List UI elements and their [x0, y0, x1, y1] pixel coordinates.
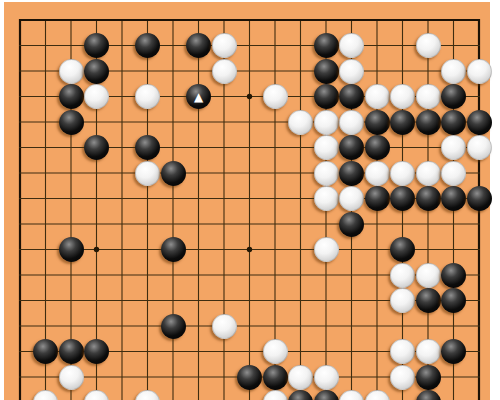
- board-intersection: [262, 390, 288, 400]
- white-stone: [390, 365, 415, 390]
- black-stone: [33, 339, 58, 364]
- white-stone: [314, 186, 339, 211]
- board-intersection: [288, 390, 314, 400]
- board-intersection: [160, 160, 186, 186]
- board-intersection: [313, 364, 339, 390]
- board-intersection: [441, 186, 467, 212]
- board-intersection: [390, 186, 416, 212]
- board-intersection: [441, 135, 467, 161]
- black-stone: [237, 365, 262, 390]
- white-stone: [212, 33, 237, 58]
- white-stone: [365, 161, 390, 186]
- black-stone: [314, 33, 339, 58]
- board-intersection: [466, 58, 492, 84]
- board-intersection: [160, 313, 186, 339]
- white-stone: [416, 339, 441, 364]
- black-stone: [390, 237, 415, 262]
- black-stone: [339, 212, 364, 237]
- board-intersection: [160, 237, 186, 263]
- board-intersection: [441, 262, 467, 288]
- board-intersection: [466, 135, 492, 161]
- white-stone: [33, 390, 58, 400]
- black-stone: [390, 186, 415, 211]
- white-stone: [263, 339, 288, 364]
- board-intersection: [415, 84, 441, 110]
- black-stone: [365, 135, 390, 160]
- board-intersection: [58, 364, 84, 390]
- board-intersection: [441, 339, 467, 365]
- white-stone: [416, 33, 441, 58]
- black-stone: [135, 33, 160, 58]
- black-stone: [161, 237, 186, 262]
- board-intersection: [313, 33, 339, 59]
- white-stone: [135, 390, 160, 400]
- white-stone: [59, 59, 84, 84]
- white-stone: [365, 84, 390, 109]
- board-intersection: [211, 58, 237, 84]
- black-stone: [314, 84, 339, 109]
- white-stone: [467, 59, 492, 84]
- board-intersection: [313, 109, 339, 135]
- black-stone: [59, 339, 84, 364]
- board-intersection: [58, 84, 84, 110]
- black-stone: [161, 161, 186, 186]
- board-intersection: [84, 390, 110, 400]
- board-intersection: [390, 237, 416, 263]
- black-stone: [467, 110, 492, 135]
- white-stone: [416, 84, 441, 109]
- board-intersection: [415, 339, 441, 365]
- board-intersection: [186, 33, 212, 59]
- board-intersection: [364, 84, 390, 110]
- black-stone: [339, 135, 364, 160]
- white-stone: [390, 288, 415, 313]
- board-intersection: [339, 84, 365, 110]
- board-intersection: [339, 109, 365, 135]
- board-intersection: [390, 262, 416, 288]
- board-intersection: [415, 109, 441, 135]
- white-stone: [212, 59, 237, 84]
- white-stone: [314, 110, 339, 135]
- board-intersection: [339, 58, 365, 84]
- board-intersection: [364, 186, 390, 212]
- white-stone: [416, 161, 441, 186]
- board-intersection: ▲: [186, 84, 212, 110]
- board-intersection: [262, 339, 288, 365]
- triangle-marker-icon: ▲: [194, 90, 203, 102]
- black-stone-marked: ▲: [186, 84, 211, 109]
- black-stone: [314, 390, 339, 400]
- board-intersection: [415, 364, 441, 390]
- white-stone: [441, 135, 466, 160]
- black-stone: [263, 365, 288, 390]
- board-intersection: [339, 390, 365, 400]
- board-intersection: [364, 109, 390, 135]
- black-stone: [84, 339, 109, 364]
- board-intersection: [415, 288, 441, 314]
- black-stone: [441, 288, 466, 313]
- black-stone: [161, 314, 186, 339]
- white-stone: [314, 237, 339, 262]
- white-stone: [339, 390, 364, 400]
- goban[interactable]: ▲: [7, 7, 492, 400]
- black-stone: [314, 59, 339, 84]
- black-stone: [84, 135, 109, 160]
- board-intersection: [390, 339, 416, 365]
- white-stone: [339, 59, 364, 84]
- board-intersection: [237, 364, 263, 390]
- black-stone: [339, 84, 364, 109]
- white-stone: [288, 110, 313, 135]
- board-intersection: [58, 339, 84, 365]
- black-stone: [416, 186, 441, 211]
- black-stone: [186, 33, 211, 58]
- white-stone: [390, 161, 415, 186]
- board-intersection: [415, 160, 441, 186]
- board-intersection: [313, 237, 339, 263]
- board-intersection: [58, 237, 84, 263]
- black-stone: [59, 110, 84, 135]
- board-intersection: [339, 135, 365, 161]
- board-intersection: [364, 160, 390, 186]
- black-stone: [441, 263, 466, 288]
- board-intersection: [84, 135, 110, 161]
- black-stone: [365, 186, 390, 211]
- white-stone: [59, 365, 84, 390]
- board-intersection: [84, 84, 110, 110]
- board-intersection: [58, 58, 84, 84]
- white-stone: [288, 365, 313, 390]
- black-stone: [441, 186, 466, 211]
- white-stone: [84, 390, 109, 400]
- board-intersection: [288, 109, 314, 135]
- black-stone: [59, 84, 84, 109]
- black-stone: [441, 110, 466, 135]
- board-intersection: [135, 390, 161, 400]
- black-stone: [441, 84, 466, 109]
- board-intersection: [339, 33, 365, 59]
- board-intersection: [415, 390, 441, 400]
- black-stone: [416, 365, 441, 390]
- board-intersection: [135, 33, 161, 59]
- white-stone: [212, 314, 237, 339]
- board-intersection: [84, 58, 110, 84]
- board-intersection: [33, 390, 59, 400]
- black-stone: [59, 237, 84, 262]
- white-stone: [339, 110, 364, 135]
- white-stone: [135, 84, 160, 109]
- black-stone: [339, 161, 364, 186]
- board-intersection: [313, 135, 339, 161]
- board-intersection: [313, 160, 339, 186]
- board-intersection: [135, 135, 161, 161]
- white-stone: [390, 84, 415, 109]
- black-stone: [416, 390, 441, 400]
- board-intersection: [390, 288, 416, 314]
- board-intersection: [211, 33, 237, 59]
- board-intersection: [415, 262, 441, 288]
- board-intersection: [441, 109, 467, 135]
- board-intersection: [135, 160, 161, 186]
- white-stone: [263, 84, 288, 109]
- white-stone: [314, 161, 339, 186]
- black-stone: [84, 59, 109, 84]
- board-intersection: [415, 33, 441, 59]
- board-intersection: [364, 135, 390, 161]
- board-intersection: [313, 58, 339, 84]
- board-intersection: [441, 84, 467, 110]
- black-stone: [135, 135, 160, 160]
- white-stone: [365, 390, 390, 400]
- black-stone: [416, 110, 441, 135]
- board-intersection: [390, 160, 416, 186]
- black-stone: [390, 110, 415, 135]
- board-intersection: [390, 84, 416, 110]
- board-intersection: [339, 211, 365, 237]
- board-intersection: [288, 364, 314, 390]
- board-intersection: [211, 313, 237, 339]
- white-stone: [441, 161, 466, 186]
- black-stone: [365, 110, 390, 135]
- board-intersection: [390, 364, 416, 390]
- board-intersection: [415, 186, 441, 212]
- board-intersection: [339, 160, 365, 186]
- board-intersection: [466, 186, 492, 212]
- white-stone: [390, 263, 415, 288]
- black-stone: [441, 339, 466, 364]
- board-intersection: [58, 109, 84, 135]
- board-intersection: [135, 84, 161, 110]
- white-stone: [339, 33, 364, 58]
- board-intersection: [84, 339, 110, 365]
- black-stone: [416, 288, 441, 313]
- board-intersection: [441, 58, 467, 84]
- white-stone: [314, 365, 339, 390]
- black-stone: [288, 390, 313, 400]
- white-stone: [441, 59, 466, 84]
- board-intersection: [364, 390, 390, 400]
- board-intersection: [339, 186, 365, 212]
- board-intersection: [313, 84, 339, 110]
- board-intersection: [390, 109, 416, 135]
- black-stone: [467, 186, 492, 211]
- board-intersection: [441, 160, 467, 186]
- board-intersection: [441, 288, 467, 314]
- board-intersection: [466, 109, 492, 135]
- board-intersection: [262, 84, 288, 110]
- white-stone: [416, 263, 441, 288]
- white-stone: [390, 339, 415, 364]
- board-intersection: [33, 339, 59, 365]
- white-stone: [467, 135, 492, 160]
- board-intersection: [313, 186, 339, 212]
- white-stone: [263, 390, 288, 400]
- white-stone: [339, 186, 364, 211]
- white-stone: [314, 135, 339, 160]
- board-intersection: [313, 390, 339, 400]
- board-intersection: [84, 33, 110, 59]
- white-stone: [84, 84, 109, 109]
- board-intersection: [262, 364, 288, 390]
- white-stone: [135, 161, 160, 186]
- go-board-screenshot: ▲: [0, 0, 500, 400]
- black-stone: [84, 33, 109, 58]
